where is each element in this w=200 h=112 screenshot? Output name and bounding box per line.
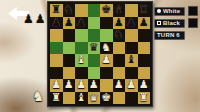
turn-indicator: TURN 6 xyxy=(154,31,185,40)
square-h2[interactable]: ♟ xyxy=(138,79,151,92)
captured-by-black-tray: ♞ xyxy=(32,89,45,103)
square-g8[interactable] xyxy=(125,4,138,17)
square-d5[interactable]: ♛ xyxy=(88,42,101,55)
square-d2[interactable]: ♟ xyxy=(88,79,101,92)
square-a6[interactable] xyxy=(50,29,63,42)
square-e7[interactable] xyxy=(100,17,113,30)
square-a5[interactable] xyxy=(50,42,63,55)
square-d6[interactable] xyxy=(88,29,101,42)
square-b5[interactable] xyxy=(63,42,76,55)
square-f8[interactable]: ♝ xyxy=(113,4,126,17)
square-d4[interactable] xyxy=(88,54,101,67)
black-pawn[interactable]: ♟ xyxy=(76,17,86,29)
white-capture-slot xyxy=(188,6,198,16)
black-color-icon xyxy=(157,21,161,25)
black-pawn[interactable]: ♟ xyxy=(64,17,74,29)
white-rook[interactable]: ♜ xyxy=(139,92,149,104)
black-player-box: Black xyxy=(154,19,185,28)
square-g4[interactable]: ♝ xyxy=(125,54,138,67)
game-screen: ♟♟ ♞ ♜♞♚♝♜♟♟♟♟♟♟♞♛♞♝♟♝♟♟♟♟♟♟♟♜♝♛♚♜ White… xyxy=(0,0,200,112)
square-g7[interactable]: ♟ xyxy=(125,17,138,30)
white-pawn[interactable]: ♟ xyxy=(101,54,111,66)
white-bishop[interactable]: ♝ xyxy=(76,54,86,66)
square-h5[interactable] xyxy=(138,42,151,55)
square-a1[interactable]: ♜ xyxy=(50,92,63,105)
black-queen[interactable]: ♛ xyxy=(89,42,99,54)
square-b2[interactable]: ♟ xyxy=(63,79,76,92)
black-pawn[interactable]: ♟ xyxy=(126,17,136,29)
square-b8[interactable]: ♞ xyxy=(63,4,76,17)
square-e8[interactable]: ♚ xyxy=(100,4,113,17)
board-frame: ♜♞♚♝♜♟♟♟♟♟♟♞♛♞♝♟♝♟♟♟♟♟♟♟♜♝♛♚♜ xyxy=(47,1,153,107)
square-f5[interactable] xyxy=(113,42,126,55)
black-pawn[interactable]: ♟ xyxy=(23,13,34,25)
white-pawn[interactable]: ♟ xyxy=(64,79,74,91)
black-capture-slot xyxy=(188,18,198,28)
white-pawn[interactable]: ♟ xyxy=(114,79,124,91)
black-rook[interactable]: ♜ xyxy=(51,4,61,16)
square-a7[interactable]: ♟ xyxy=(50,17,63,30)
square-a8[interactable]: ♜ xyxy=(50,4,63,17)
square-c2[interactable]: ♟ xyxy=(75,79,88,92)
white-pawn[interactable]: ♟ xyxy=(76,79,86,91)
square-b1[interactable] xyxy=(63,92,76,105)
black-bishop[interactable]: ♝ xyxy=(126,54,136,66)
black-pawn[interactable]: ♟ xyxy=(51,17,61,29)
black-rook[interactable]: ♜ xyxy=(139,4,149,16)
white-pawn[interactable]: ♟ xyxy=(139,79,149,91)
square-h8[interactable]: ♜ xyxy=(138,4,151,17)
black-pawn[interactable]: ♟ xyxy=(35,13,46,25)
square-d7[interactable] xyxy=(88,17,101,30)
square-a4[interactable] xyxy=(50,54,63,67)
black-knight[interactable]: ♞ xyxy=(64,4,74,16)
square-h1[interactable]: ♜ xyxy=(138,92,151,105)
square-e4[interactable]: ♟ xyxy=(100,54,113,67)
chess-board[interactable]: ♜♞♚♝♜♟♟♟♟♟♟♞♛♞♝♟♝♟♟♟♟♟♟♟♜♝♛♚♜ xyxy=(50,4,150,104)
square-c8[interactable] xyxy=(75,4,88,17)
square-d8[interactable] xyxy=(88,4,101,17)
square-c4[interactable]: ♝ xyxy=(75,54,88,67)
square-c1[interactable]: ♝ xyxy=(75,92,88,105)
square-e3[interactable] xyxy=(100,67,113,80)
turn-label: TURN 6 xyxy=(157,31,180,40)
white-knight[interactable]: ♞ xyxy=(101,42,111,54)
square-f2[interactable]: ♟ xyxy=(113,79,126,92)
black-bishop[interactable]: ♝ xyxy=(114,4,124,16)
square-h7[interactable]: ♟ xyxy=(138,17,151,30)
square-e2[interactable] xyxy=(100,79,113,92)
square-b7[interactable]: ♟ xyxy=(63,17,76,30)
square-c7[interactable]: ♟ xyxy=(75,17,88,30)
square-c6[interactable] xyxy=(75,29,88,42)
square-d1[interactable]: ♛ xyxy=(88,92,101,105)
black-player-label: Black xyxy=(163,19,180,28)
white-pawn[interactable]: ♟ xyxy=(51,79,61,91)
captured-by-white-tray: ♟♟ xyxy=(23,13,46,25)
black-pawn[interactable]: ♟ xyxy=(139,17,149,29)
white-king[interactable]: ♚ xyxy=(101,92,111,104)
white-player-box: White xyxy=(154,7,185,16)
white-pawn[interactable]: ♟ xyxy=(126,79,136,91)
square-g2[interactable]: ♟ xyxy=(125,79,138,92)
square-h6[interactable] xyxy=(138,29,151,42)
side-panel: White Black TURN 6 xyxy=(154,6,198,40)
square-e1[interactable]: ♚ xyxy=(100,92,113,105)
white-pawn[interactable]: ♟ xyxy=(89,79,99,91)
turn-row: TURN 6 xyxy=(154,30,198,40)
white-knight[interactable]: ♞ xyxy=(32,89,45,103)
black-king[interactable]: ♚ xyxy=(101,4,111,16)
black-knight[interactable]: ♞ xyxy=(114,29,124,41)
square-f6[interactable]: ♞ xyxy=(113,29,126,42)
black-player-row: Black xyxy=(154,18,198,28)
square-f4[interactable] xyxy=(113,54,126,67)
square-b4[interactable] xyxy=(63,54,76,67)
white-color-icon xyxy=(157,9,161,13)
white-player-label: White xyxy=(163,7,180,16)
square-e6[interactable] xyxy=(100,29,113,42)
white-queen[interactable]: ♛ xyxy=(89,92,99,104)
square-a2[interactable]: ♟ xyxy=(50,79,63,92)
square-g6[interactable] xyxy=(125,29,138,42)
white-bishop[interactable]: ♝ xyxy=(76,92,86,104)
black-pawn[interactable]: ♟ xyxy=(114,17,124,29)
square-b6[interactable] xyxy=(63,29,76,42)
square-f1[interactable] xyxy=(113,92,126,105)
white-player-row: White xyxy=(154,6,198,16)
square-h4[interactable] xyxy=(138,54,151,67)
white-rook[interactable]: ♜ xyxy=(51,92,61,104)
square-g1[interactable] xyxy=(125,92,138,105)
